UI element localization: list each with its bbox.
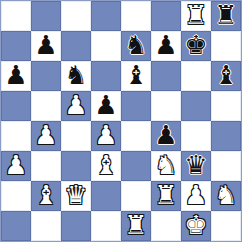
square-h1[interactable]: [211, 211, 241, 241]
square-f4[interactable]: ♟: [151, 121, 181, 151]
square-f5[interactable]: [151, 91, 181, 121]
square-e8[interactable]: [121, 1, 151, 31]
square-b6[interactable]: [31, 61, 61, 91]
black-knight-c6: ♞: [64, 62, 87, 88]
square-b2[interactable]: ♝: [31, 181, 61, 211]
square-a6[interactable]: ♟: [1, 61, 31, 91]
square-e3[interactable]: [121, 151, 151, 181]
black-pawn-b7: ♟: [34, 32, 57, 58]
square-h8[interactable]: ♜: [211, 1, 241, 31]
square-c3[interactable]: [61, 151, 91, 181]
square-f1[interactable]: [151, 211, 181, 241]
square-h2[interactable]: ♞: [211, 181, 241, 211]
square-f6[interactable]: [151, 61, 181, 91]
square-c4[interactable]: [61, 121, 91, 151]
black-knight-e7: ♞: [124, 32, 147, 58]
square-a5[interactable]: [1, 91, 31, 121]
square-b3[interactable]: [31, 151, 61, 181]
square-h3[interactable]: [211, 151, 241, 181]
white-pawn-a3: ♟: [4, 152, 27, 178]
square-h6[interactable]: ♝: [211, 61, 241, 91]
square-a3[interactable]: ♟: [1, 151, 31, 181]
square-g1[interactable]: ♚: [181, 211, 211, 241]
square-g6[interactable]: [181, 61, 211, 91]
black-pawn-f4: ♟: [154, 122, 177, 148]
square-f7[interactable]: ♟: [151, 31, 181, 61]
square-c5[interactable]: ♟: [61, 91, 91, 121]
black-pawn-d5: ♟: [94, 92, 117, 118]
square-a1[interactable]: [1, 211, 31, 241]
square-b7[interactable]: ♟: [31, 31, 61, 61]
white-pawn-g2: ♟: [184, 182, 207, 208]
square-f2[interactable]: ♜: [151, 181, 181, 211]
square-d6[interactable]: [91, 61, 121, 91]
white-queen-c2: ♛: [64, 182, 87, 208]
square-d2[interactable]: [91, 181, 121, 211]
black-pawn-f7: ♟: [154, 32, 177, 58]
square-g4[interactable]: [181, 121, 211, 151]
square-d4[interactable]: ♟: [91, 121, 121, 151]
white-rook-f2: ♜: [154, 182, 177, 208]
square-e4[interactable]: [121, 121, 151, 151]
white-rook-e1: ♜: [124, 212, 147, 238]
square-h7[interactable]: [211, 31, 241, 61]
square-e1[interactable]: ♜: [121, 211, 151, 241]
square-e6[interactable]: ♝: [121, 61, 151, 91]
square-a8[interactable]: [1, 1, 31, 31]
white-pawn-b4: ♟: [34, 122, 57, 148]
square-h4[interactable]: [211, 121, 241, 151]
square-c8[interactable]: [61, 1, 91, 31]
square-c1[interactable]: [61, 211, 91, 241]
white-pawn-d4: ♟: [94, 122, 117, 148]
black-pawn-a6: ♟: [4, 62, 27, 88]
white-bishop-b2: ♝: [34, 182, 57, 208]
square-d1[interactable]: [91, 211, 121, 241]
square-b1[interactable]: [31, 211, 61, 241]
square-c7[interactable]: [61, 31, 91, 61]
square-a4[interactable]: [1, 121, 31, 151]
black-queen-g3: ♛: [184, 152, 207, 178]
square-c2[interactable]: ♛: [61, 181, 91, 211]
white-knight-f3: ♞: [154, 152, 177, 178]
black-king-g7: ♚: [184, 32, 207, 58]
square-b5[interactable]: [31, 91, 61, 121]
square-g7[interactable]: ♚: [181, 31, 211, 61]
square-b8[interactable]: [31, 1, 61, 31]
chess-board: ♜♜♟♞♟♚♟♞♝♝♟♟♟♟♟♟♝♞♛♝♛♜♟♞♜♚: [0, 0, 242, 242]
square-d7[interactable]: [91, 31, 121, 61]
square-b4[interactable]: ♟: [31, 121, 61, 151]
white-pawn-c5: ♟: [64, 92, 87, 118]
square-f8[interactable]: [151, 1, 181, 31]
square-a7[interactable]: [1, 31, 31, 61]
square-e7[interactable]: ♞: [121, 31, 151, 61]
square-g8[interactable]: ♜: [181, 1, 211, 31]
square-e5[interactable]: [121, 91, 151, 121]
square-d3[interactable]: ♝: [91, 151, 121, 181]
square-d8[interactable]: [91, 1, 121, 31]
black-bishop-h6: ♝: [214, 62, 237, 88]
square-c6[interactable]: ♞: [61, 61, 91, 91]
square-a2[interactable]: [1, 181, 31, 211]
white-king-g1: ♚: [184, 212, 207, 238]
white-bishop-d3: ♝: [94, 152, 117, 178]
square-g3[interactable]: ♛: [181, 151, 211, 181]
square-g5[interactable]: [181, 91, 211, 121]
white-knight-h2: ♞: [214, 182, 237, 208]
square-e2[interactable]: [121, 181, 151, 211]
white-rook-g8: ♜: [184, 2, 207, 28]
square-h5[interactable]: [211, 91, 241, 121]
square-d5[interactable]: ♟: [91, 91, 121, 121]
black-bishop-e6: ♝: [124, 62, 147, 88]
square-f3[interactable]: ♞: [151, 151, 181, 181]
square-g2[interactable]: ♟: [181, 181, 211, 211]
board-container: ♜♜♟♞♟♚♟♞♝♝♟♟♟♟♟♟♝♞♛♝♛♜♟♞♜♚: [0, 0, 242, 242]
black-rook-h8: ♜: [214, 2, 237, 28]
